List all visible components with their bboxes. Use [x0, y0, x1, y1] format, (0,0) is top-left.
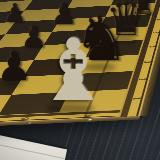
photo-scene: abcdefgh 87654321 ♟♟♟♟♞♛♜♝ — [0, 0, 160, 160]
piece-white-bishop[interactable]: ♝ — [34, 27, 111, 113]
piece-layer: ♟♟♟♟♞♛♜♝ — [0, 0, 160, 160]
piece-black-pawn[interactable]: ♟ — [0, 46, 32, 86]
